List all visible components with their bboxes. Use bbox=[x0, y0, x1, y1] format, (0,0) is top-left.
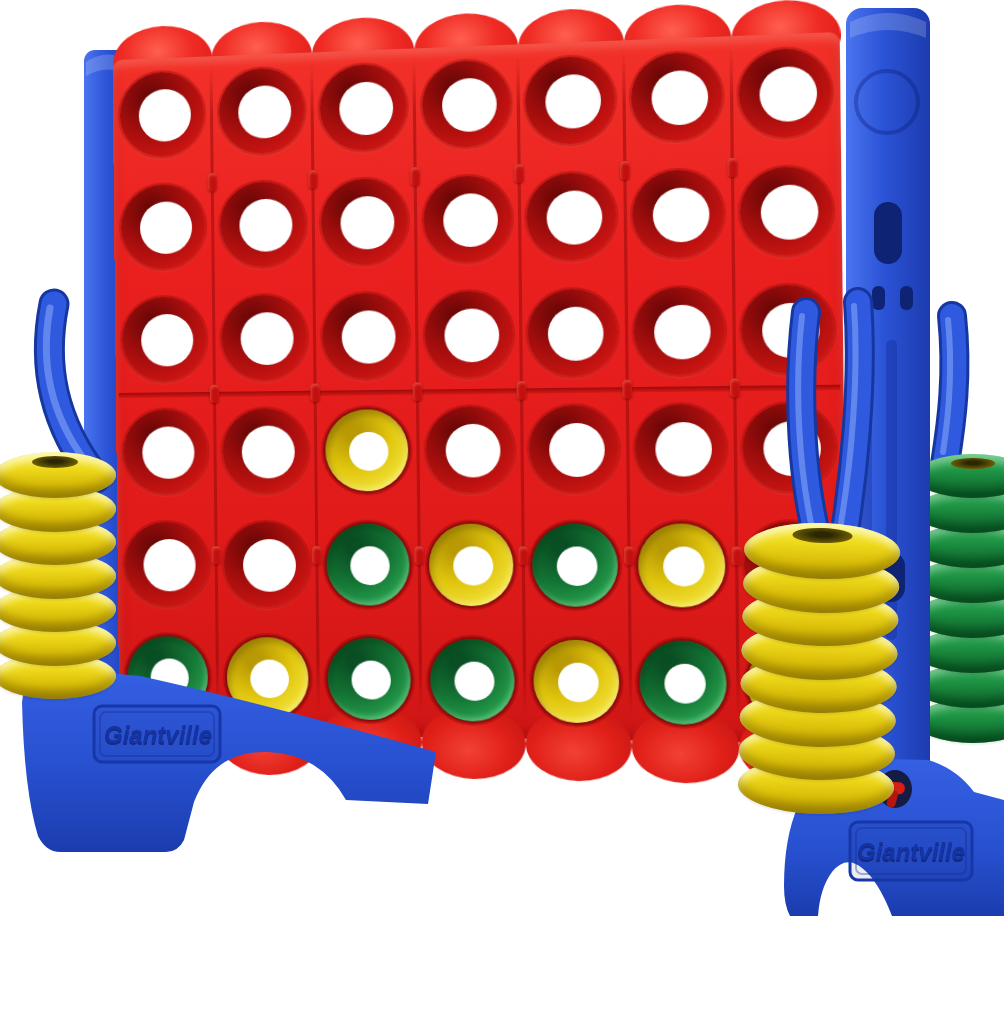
empty-hole bbox=[218, 67, 304, 155]
empty-hole bbox=[121, 183, 206, 269]
seam-hinge-tab bbox=[516, 381, 526, 400]
hole-opening bbox=[142, 426, 195, 479]
empty-hole bbox=[223, 522, 309, 607]
hole-opening bbox=[349, 432, 389, 471]
hole-opening bbox=[441, 77, 496, 132]
seam-hinge-tab bbox=[210, 385, 219, 403]
hole-opening bbox=[454, 661, 494, 701]
empty-hole bbox=[423, 175, 512, 264]
hole-opening bbox=[453, 546, 493, 585]
rib-hinge-tab bbox=[620, 161, 630, 180]
cell-r5c5[interactable] bbox=[523, 507, 630, 624]
cell-r1c5[interactable] bbox=[518, 40, 625, 160]
post-slot bbox=[874, 202, 902, 264]
empty-hole bbox=[321, 292, 409, 379]
cell-r2c4[interactable] bbox=[415, 160, 520, 278]
hole-opening bbox=[238, 85, 291, 139]
hole-opening bbox=[140, 201, 193, 254]
cell-r4c1[interactable] bbox=[116, 395, 216, 508]
rib-hinge-tab bbox=[727, 158, 737, 177]
cell-r3c5[interactable] bbox=[520, 274, 627, 392]
product-photo-giant-connect-four: Giantville Giantville bbox=[0, 0, 1004, 1024]
rib-hinge-tab bbox=[308, 170, 317, 189]
rib-hinge-tab bbox=[518, 546, 528, 565]
hole-opening bbox=[339, 81, 393, 136]
hole-opening bbox=[655, 422, 712, 477]
hole-opening bbox=[239, 198, 292, 252]
hole-opening bbox=[341, 310, 395, 364]
green-disc-in-board bbox=[530, 522, 621, 609]
cell-r2c2[interactable] bbox=[212, 166, 314, 282]
cell-r6c5[interactable] bbox=[524, 623, 631, 740]
seam-hinge-tab bbox=[311, 384, 320, 402]
green-disc-in-board bbox=[324, 522, 412, 608]
hole-opening bbox=[243, 539, 296, 592]
yellow-disc-in-board bbox=[636, 521, 728, 609]
hole-opening bbox=[340, 195, 394, 249]
empty-hole bbox=[124, 522, 209, 607]
seam-hinge-tab bbox=[413, 382, 423, 401]
hole-opening bbox=[548, 306, 604, 361]
cell-r1c2[interactable] bbox=[211, 52, 313, 169]
cell-r4c3[interactable] bbox=[315, 393, 418, 508]
cell-r5c6[interactable] bbox=[628, 507, 737, 625]
cell-r4c6[interactable] bbox=[627, 389, 736, 507]
yellow-disc-in-board bbox=[323, 407, 411, 493]
hole-opening bbox=[445, 424, 500, 478]
empty-hole bbox=[632, 169, 724, 259]
stack-peg-hole bbox=[32, 456, 78, 468]
hole-opening bbox=[141, 314, 194, 367]
cell-r5c3[interactable] bbox=[317, 507, 420, 622]
left-yellow-disc-stack bbox=[0, 452, 118, 703]
empty-hole bbox=[220, 181, 306, 268]
hole-opening bbox=[350, 546, 390, 585]
hole-opening bbox=[546, 73, 602, 129]
hole-opening bbox=[240, 312, 293, 365]
green-disc-in-board bbox=[637, 638, 729, 727]
rib-hinge-tab bbox=[414, 546, 424, 564]
yellow-disc-in-board bbox=[531, 637, 622, 725]
cell-r2c6[interactable] bbox=[624, 154, 733, 274]
empty-hole bbox=[424, 290, 513, 378]
empty-hole bbox=[633, 286, 725, 375]
cell-r2c1[interactable] bbox=[114, 169, 214, 284]
rib-hinge-tab bbox=[624, 547, 634, 566]
cell-r6c6[interactable] bbox=[630, 624, 739, 742]
empty-hole bbox=[425, 406, 514, 493]
empty-hole bbox=[529, 405, 620, 493]
stack-peg-hole bbox=[793, 527, 853, 543]
seam-hinge-tab bbox=[622, 380, 632, 399]
hole-opening bbox=[443, 193, 498, 248]
yellow-stack-disc bbox=[0, 452, 116, 498]
rib-hinge-tab bbox=[212, 546, 221, 564]
hole-opening bbox=[652, 70, 709, 126]
empty-hole bbox=[222, 408, 308, 494]
empty-hole bbox=[123, 409, 208, 494]
hole-opening bbox=[143, 539, 196, 591]
rib-hinge-tab bbox=[731, 547, 741, 566]
cell-r5c4[interactable] bbox=[419, 507, 524, 623]
cell-r1c4[interactable] bbox=[414, 44, 519, 163]
hole-opening bbox=[547, 190, 603, 245]
cell-r1c1[interactable] bbox=[112, 56, 212, 172]
empty-hole bbox=[221, 294, 307, 380]
hole-opening bbox=[665, 664, 707, 704]
cell-r1c3[interactable] bbox=[312, 48, 415, 166]
cell-r2c3[interactable] bbox=[313, 163, 416, 280]
empty-hole bbox=[319, 63, 407, 152]
empty-hole bbox=[525, 55, 616, 145]
hole-opening bbox=[663, 547, 705, 587]
hole-opening bbox=[549, 423, 605, 477]
post-slot-small bbox=[900, 286, 913, 310]
cell-r3c3[interactable] bbox=[314, 278, 417, 394]
hole-opening bbox=[241, 425, 294, 478]
cell-r3c2[interactable] bbox=[214, 280, 316, 395]
empty-hole bbox=[526, 172, 617, 261]
empty-hole bbox=[320, 178, 408, 266]
board-top-scallop bbox=[112, 0, 839, 26]
empty-hole bbox=[122, 296, 207, 382]
seam-hinge-tab bbox=[729, 379, 739, 398]
rib-hinge-tab bbox=[312, 546, 321, 564]
cell-r4c2[interactable] bbox=[215, 394, 317, 508]
right-yellow-disc-stack bbox=[737, 521, 903, 820]
empty-hole bbox=[421, 59, 510, 148]
empty-hole bbox=[528, 288, 619, 377]
hole-opening bbox=[139, 88, 192, 142]
cell-r4c4[interactable] bbox=[418, 391, 523, 507]
logo-text-right: Giantville bbox=[857, 838, 965, 865]
cell-r3c4[interactable] bbox=[416, 276, 521, 393]
empty-hole bbox=[120, 71, 205, 158]
hole-opening bbox=[654, 304, 711, 359]
rib-hinge-tab bbox=[208, 173, 217, 191]
cell-r5c1[interactable] bbox=[117, 508, 217, 621]
cell-r3c6[interactable] bbox=[626, 271, 735, 390]
cell-r2c5[interactable] bbox=[519, 157, 626, 276]
yellow-disc-in-board bbox=[426, 522, 515, 609]
logo-text-left: Giantville bbox=[104, 721, 212, 748]
cell-r5c2[interactable] bbox=[216, 508, 318, 622]
hole-opening bbox=[444, 308, 499, 362]
cell-r4c5[interactable] bbox=[521, 390, 628, 507]
rib-hinge-tab bbox=[514, 164, 524, 183]
hole-opening bbox=[653, 187, 710, 243]
empty-hole bbox=[631, 51, 723, 142]
empty-hole bbox=[635, 404, 727, 492]
rib-hinge-tab bbox=[410, 167, 420, 186]
cell-r1c6[interactable] bbox=[623, 36, 732, 157]
cell-r3c1[interactable] bbox=[115, 282, 215, 396]
